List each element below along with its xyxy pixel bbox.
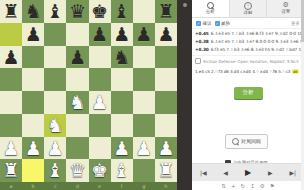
square-b1[interactable] xyxy=(22,159,44,182)
black-pawn[interactable]: ♟ xyxy=(0,46,22,69)
file-label-a: a xyxy=(0,182,22,190)
square-e6[interactable] xyxy=(89,46,111,69)
scrollbar-thumb[interactable] xyxy=(301,0,304,42)
square-h7[interactable]: ♟ xyxy=(155,23,177,46)
square-f6[interactable]: ♞ xyxy=(111,46,133,69)
square-e1[interactable]: ♚ xyxy=(89,159,111,182)
board-area: ♜♞♝♛♚♝♜♟♟♟♟♟♟♟♞♞♟♞♟♟♟♟♟♟♜♝♛♚♝♜ abcdefgh xyxy=(0,0,177,190)
share-icon[interactable]: ↥ xyxy=(250,183,255,189)
white-knight[interactable]: ♞ xyxy=(44,114,66,137)
square-a6[interactable]: ♟ xyxy=(0,46,22,69)
square-c6[interactable] xyxy=(44,46,66,69)
analysis-panel: 分析 i 详解 ⚙ 设置 ✓ 建议 ✓ 威胁 更多 +0.4 xyxy=(192,0,304,190)
square-a3[interactable] xyxy=(0,114,22,137)
square-a8[interactable]: ♜ xyxy=(0,0,22,23)
search-icon xyxy=(207,2,214,9)
tab-explainer[interactable]: i 详解 xyxy=(230,0,268,17)
engine-eval: +0.38 xyxy=(195,38,209,46)
move-navigation: |◀ ◀ ▶ ▶ ▶| xyxy=(192,163,304,181)
square-h5[interactable] xyxy=(155,68,177,91)
square-a7[interactable] xyxy=(0,23,22,46)
square-c7[interactable] xyxy=(44,23,66,46)
file-coordinates: abcdefgh xyxy=(0,182,177,190)
square-e8[interactable]: ♚ xyxy=(89,0,111,23)
square-e4[interactable]: ♟ xyxy=(89,91,111,114)
square-d2[interactable] xyxy=(66,137,88,160)
square-f3[interactable] xyxy=(111,114,133,137)
tab-analysis[interactable]: 分析 xyxy=(192,0,230,17)
square-e5[interactable] xyxy=(89,68,111,91)
more-link[interactable]: 更多 xyxy=(291,21,300,26)
square-g7[interactable]: ♟ xyxy=(133,23,155,46)
white-pawn[interactable]: ♟ xyxy=(44,137,66,160)
square-c3[interactable]: ♞ xyxy=(44,114,66,137)
current-move[interactable]: a6 xyxy=(292,69,299,74)
panel-tabs: 分析 i 详解 ⚙ 设置 xyxy=(192,0,304,18)
tab-settings-label: 设置 xyxy=(281,10,290,15)
square-g8[interactable] xyxy=(133,0,155,23)
square-a5[interactable] xyxy=(0,68,22,91)
analyze-button[interactable]: 分析 xyxy=(234,87,263,100)
black-bishop[interactable]: ♝ xyxy=(111,0,133,23)
square-b8[interactable]: ♞ xyxy=(22,0,44,23)
toggle-suggestions[interactable]: ✓ 建议 xyxy=(196,21,212,26)
engine-eval: +0.45 xyxy=(195,30,209,38)
square-c2[interactable]: ♟ xyxy=(44,137,66,160)
file-label-e: e xyxy=(89,182,111,190)
engine-lines: +0.45 6.♗e3 e5 7.♘b3 ♗e6 8.f3 ♗e7 9.♕d2 … xyxy=(192,28,304,55)
square-c5[interactable] xyxy=(44,68,66,91)
white-bishop[interactable]: ♝ xyxy=(111,159,133,182)
square-h4[interactable] xyxy=(155,91,177,114)
nav-prev-button[interactable]: ◀ xyxy=(214,164,236,181)
nav-first-button[interactable]: |◀ xyxy=(192,164,214,181)
square-d6[interactable]: ♟ xyxy=(66,46,88,69)
file-label-c: c xyxy=(44,182,66,190)
square-c4[interactable] xyxy=(44,91,66,114)
black-pawn[interactable]: ♟ xyxy=(66,46,88,69)
square-e7[interactable]: ♟ xyxy=(89,23,111,46)
square-d5[interactable] xyxy=(66,68,88,91)
square-h2[interactable]: ♟ xyxy=(155,137,177,160)
square-b5[interactable] xyxy=(22,68,44,91)
black-pawn[interactable]: ♟ xyxy=(89,23,111,46)
white-pawn[interactable]: ♟ xyxy=(0,137,22,160)
engine-moves: 6.♗e2 e5 7.♘b3 ♗e7 8.0-0 0-0 9.♗e3 ♗e6 1… xyxy=(211,38,301,46)
square-f8[interactable]: ♝ xyxy=(111,0,133,23)
black-knight[interactable]: ♞ xyxy=(111,46,133,69)
checkbox-checked-icon[interactable]: ✓ xyxy=(196,21,201,26)
game-review-button[interactable]: 对局回顾 xyxy=(225,134,268,149)
square-d7[interactable] xyxy=(66,23,88,46)
footer-toolbar: ⇅ + ↻ ↥ ⚙ ⚑ xyxy=(192,181,304,190)
white-pawn[interactable]: ♟ xyxy=(155,137,177,160)
toggle-suggestions-label: 建议 xyxy=(203,21,212,26)
white-knight[interactable]: ♞ xyxy=(66,91,88,114)
black-knight[interactable]: ♞ xyxy=(22,0,44,23)
chess-board[interactable]: ♜♞♝♛♚♝♜♟♟♟♟♟♟♟♞♞♟♞♟♟♟♟♟♟♜♝♛♚♝♜ xyxy=(0,0,177,182)
square-g3[interactable] xyxy=(133,114,155,137)
tab-analysis-label: 分析 xyxy=(206,10,215,15)
square-b4[interactable] xyxy=(22,91,44,114)
white-pawn[interactable]: ♟ xyxy=(133,137,155,160)
engine-eval: +0.30 xyxy=(195,46,209,54)
square-g4[interactable] xyxy=(133,91,155,114)
black-pawn[interactable]: ♟ xyxy=(22,23,44,46)
square-f2[interactable]: ♟ xyxy=(111,137,133,160)
file-label-d: d xyxy=(66,182,88,190)
square-e3[interactable] xyxy=(89,114,111,137)
file-label-f: f xyxy=(111,182,133,190)
tab-explainer-label: 详解 xyxy=(244,11,253,16)
flag-icon[interactable]: ⚑ xyxy=(270,183,275,189)
white-rook[interactable]: ♜ xyxy=(0,159,22,182)
checkbox-checked-icon[interactable]: ✓ xyxy=(215,21,220,26)
square-d8[interactable]: ♛ xyxy=(66,0,88,23)
square-g6[interactable] xyxy=(133,46,155,69)
square-a4[interactable] xyxy=(0,91,22,114)
black-queen[interactable]: ♛ xyxy=(66,0,88,23)
file-label-h: h xyxy=(155,182,177,190)
add-icon[interactable]: + xyxy=(231,183,236,189)
review-magnifier-icon xyxy=(232,138,239,145)
square-f1[interactable]: ♝ xyxy=(111,159,133,182)
panel-scrollbar[interactable] xyxy=(301,0,304,190)
black-rook[interactable]: ♜ xyxy=(0,0,22,23)
black-bishop[interactable]: ♝ xyxy=(44,0,66,23)
white-bishop[interactable]: ♝ xyxy=(44,159,66,182)
black-pawn[interactable]: ♟ xyxy=(111,23,133,46)
engine-line-1[interactable]: +0.45 6.♗e3 e5 7.♘b3 ♗e6 8.f3 ♗e7 9.♕d2 … xyxy=(195,30,301,38)
file-label-b: b xyxy=(22,182,44,190)
square-f5[interactable] xyxy=(111,68,133,91)
square-f4[interactable] xyxy=(111,91,133,114)
nav-next-button[interactable]: ▶ xyxy=(259,164,281,181)
white-pawn[interactable]: ♟ xyxy=(89,91,111,114)
square-e2[interactable] xyxy=(89,137,111,160)
reset-icon[interactable]: ↻ xyxy=(241,183,246,189)
opening-name: Sicilian Defense: Open Variation, Najdor… xyxy=(203,59,298,64)
black-king[interactable]: ♚ xyxy=(89,0,111,23)
settings-icon[interactable]: ⚙ xyxy=(260,183,265,189)
square-a1[interactable]: ♜ xyxy=(0,159,22,182)
square-b2[interactable]: ♟ xyxy=(22,137,44,160)
square-b3[interactable] xyxy=(22,114,44,137)
nav-play-button[interactable]: ▶ xyxy=(237,164,259,181)
square-c1[interactable]: ♝ xyxy=(44,159,66,182)
file-label-g: g xyxy=(133,182,155,190)
square-a2[interactable]: ♟ xyxy=(0,137,22,160)
square-b7[interactable]: ♟ xyxy=(22,23,44,46)
analysis-app: ♜♞♝♛♚♝♜♟♟♟♟♟♟♟♞♞♟♞♟♟♟♟♟♟♜♝♛♚♝♜ abcdefgh … xyxy=(0,0,304,190)
engine-moves: 6.f3 e5 7.♘b3 ♗e6 8.♗e3 h5 9.♕d2 ♘bd7 10… xyxy=(211,46,301,54)
square-h3[interactable] xyxy=(155,114,177,137)
square-d3[interactable] xyxy=(66,114,88,137)
black-pawn[interactable]: ♟ xyxy=(133,23,155,46)
square-h8[interactable]: ♜ xyxy=(155,0,177,23)
engine-line-3[interactable]: +0.30 6.f3 e5 7.♘b3 ♗e6 8.♗e3 h5 9.♕d2 ♘… xyxy=(195,46,301,54)
square-g1[interactable] xyxy=(133,159,155,182)
square-c8[interactable]: ♝ xyxy=(44,0,66,23)
analysis-toggles: ✓ 建议 ✓ 威胁 更多 xyxy=(192,18,304,28)
square-g2[interactable]: ♟ xyxy=(133,137,155,160)
square-g5[interactable] xyxy=(133,68,155,91)
move-list-text[interactable]: 1.e4 c5 2.♘f3 d6 3.d4 c×d4 4.♘×d4 ♘f6 5.… xyxy=(195,69,290,74)
black-rook[interactable]: ♜ xyxy=(155,0,177,23)
square-d4[interactable]: ♞ xyxy=(66,91,88,114)
square-h1[interactable]: ♜ xyxy=(155,159,177,182)
white-king[interactable]: ♚ xyxy=(89,159,111,182)
square-d1[interactable]: ♛ xyxy=(66,159,88,182)
black-pawn[interactable]: ♟ xyxy=(155,23,177,46)
white-rook[interactable]: ♜ xyxy=(155,159,177,182)
book-icon xyxy=(195,58,201,64)
square-b6[interactable] xyxy=(22,46,44,69)
square-h6[interactable] xyxy=(155,46,177,69)
white-queen[interactable]: ♛ xyxy=(66,159,88,182)
square-f7[interactable]: ♟ xyxy=(111,23,133,46)
opening-name-row[interactable]: Sicilian Defense: Open Variation, Najdor… xyxy=(192,55,304,66)
engine-line-2[interactable]: +0.38 6.♗e2 e5 7.♘b3 ♗e7 8.0-0 0-0 9.♗e3… xyxy=(195,38,301,46)
white-pawn[interactable]: ♟ xyxy=(22,137,44,160)
camera-dot-icon xyxy=(183,3,187,7)
info-icon: i xyxy=(244,2,252,10)
flip-board-icon[interactable]: ⇅ xyxy=(221,183,226,189)
toggle-threats-label: 威胁 xyxy=(221,21,230,26)
tab-settings[interactable]: ⚙ 设置 xyxy=(267,0,304,17)
game-review-label: 对局回顾 xyxy=(241,139,261,144)
white-pawn[interactable]: ♟ xyxy=(111,137,133,160)
engine-moves: 6.♗e3 e5 7.♘b3 ♗e6 8.f3 ♗e7 9.♕d2 0-0 10… xyxy=(211,30,301,38)
move-list[interactable]: 1.e4 c5 2.♘f3 d6 3.d4 c×d4 4.♘×d4 ♘f6 5.… xyxy=(192,66,304,76)
toggle-threats[interactable]: ✓ 威胁 xyxy=(215,21,231,26)
analyze-row: 分析 xyxy=(192,76,304,103)
